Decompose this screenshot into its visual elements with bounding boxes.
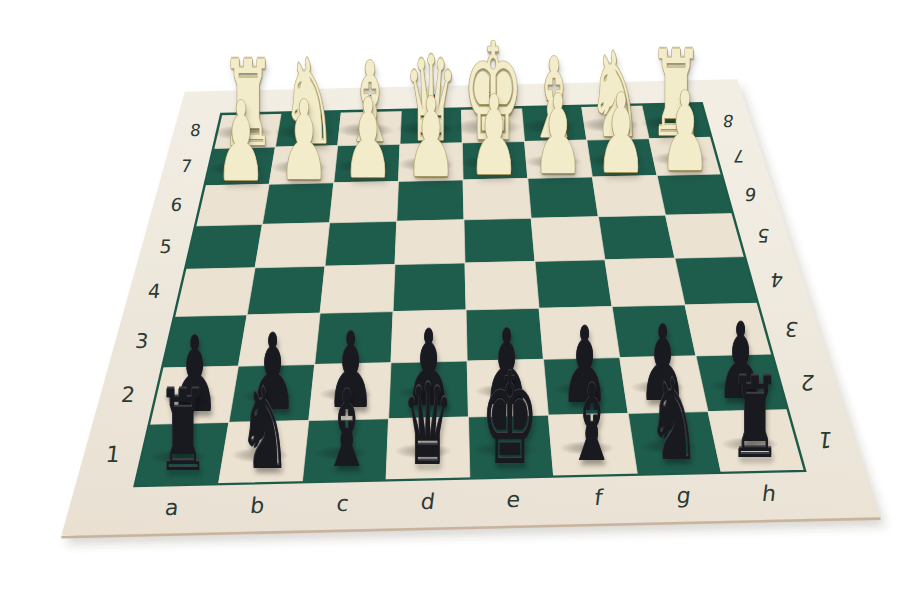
square-h4[interactable] bbox=[675, 257, 758, 305]
square-g4[interactable] bbox=[605, 258, 685, 306]
square-a5[interactable] bbox=[185, 224, 262, 269]
piece-white-pawn-a7[interactable]: ♟ bbox=[216, 87, 266, 197]
piece-black-bishop-c1[interactable]: ♝ bbox=[322, 377, 370, 483]
square-d4[interactable] bbox=[393, 263, 466, 312]
piece-black-rook-a1[interactable]: ♜ bbox=[157, 375, 208, 487]
piece-black-king-e1[interactable]: ♚ bbox=[481, 356, 539, 483]
square-b5[interactable] bbox=[255, 223, 330, 268]
square-f5[interactable] bbox=[531, 217, 605, 262]
square-c4[interactable] bbox=[320, 265, 395, 314]
piece-white-pawn-e7[interactable]: ♟ bbox=[469, 82, 519, 192]
piece-white-pawn-f7[interactable]: ♟ bbox=[533, 80, 583, 190]
piece-white-pawn-h7[interactable]: ♟ bbox=[660, 77, 710, 187]
square-f4[interactable] bbox=[535, 260, 612, 309]
square-h5[interactable] bbox=[666, 214, 745, 259]
piece-white-pawn-c7[interactable]: ♟ bbox=[342, 84, 392, 194]
square-b4[interactable] bbox=[247, 266, 325, 315]
piece-black-queen-d1[interactable]: ♛ bbox=[403, 370, 454, 482]
square-e5[interactable] bbox=[464, 218, 535, 263]
piece-white-pawn-b7[interactable]: ♟ bbox=[279, 86, 329, 196]
piece-black-bishop-f1[interactable]: ♝ bbox=[568, 371, 616, 477]
piece-black-knight-b1[interactable]: ♞ bbox=[239, 374, 290, 486]
square-c5[interactable] bbox=[325, 221, 397, 266]
square-d5[interactable] bbox=[395, 220, 465, 265]
square-g5[interactable] bbox=[598, 215, 675, 260]
square-e4[interactable] bbox=[465, 261, 539, 310]
piece-white-pawn-d7[interactable]: ♟ bbox=[406, 83, 456, 193]
piece-black-knight-g1[interactable]: ♞ bbox=[648, 364, 699, 476]
piece-black-rook-h1[interactable]: ♜ bbox=[730, 362, 781, 474]
square-a4[interactable] bbox=[174, 268, 255, 317]
chess-photo-scene: 8877665544332211aabbccddeeffgghh ♜♞♝♛♚♝♞… bbox=[0, 0, 900, 602]
piece-white-pawn-g7[interactable]: ♟ bbox=[596, 79, 646, 189]
